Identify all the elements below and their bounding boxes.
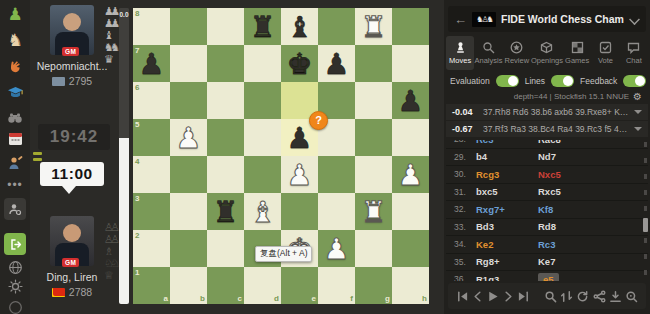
square-d6[interactable] — [244, 82, 281, 119]
square-d4[interactable] — [244, 156, 281, 193]
player-top-flag — [52, 77, 65, 86]
move-row-34[interactable]: 34.Ke2Rc3 — [446, 236, 648, 254]
white-move[interactable]: bxc5 — [476, 186, 538, 197]
black-king-e7[interactable]: ♚ — [281, 45, 318, 82]
clock-bottom-active: 11:00 — [40, 162, 104, 186]
evaluation-toggle-label: Evaluation — [450, 76, 490, 86]
white-bishop-d3[interactable]: ♝ — [244, 193, 281, 230]
square-a1[interactable]: 1a — [133, 267, 170, 304]
white-move[interactable]: Ke2 — [476, 239, 538, 250]
player-top-rating-row: 2795 — [22, 75, 122, 87]
square-b3[interactable] — [170, 193, 207, 230]
coord-file-f: f — [350, 294, 353, 303]
square-c8[interactable] — [207, 8, 244, 45]
square-c2[interactable] — [207, 230, 244, 267]
engine-info-text: depth=44 | Stockfish 15.1 NNUE — [514, 92, 629, 101]
square-a5[interactable]: 5 — [133, 119, 170, 156]
engine-line-2[interactable]: -0.67 37.Rf3 Ra3 38.Bc4 Ra4 39.Rc3 f5 40… — [446, 121, 648, 137]
square-a6[interactable]: 6 — [133, 82, 170, 119]
square-h7[interactable] — [392, 45, 429, 82]
download-button[interactable] — [609, 290, 622, 303]
white-move[interactable]: R1g3 — [476, 274, 538, 281]
black-bishop-e8[interactable]: ♝ — [281, 8, 318, 45]
engine-line-1[interactable]: -0.04 37.Rh8 Rd6 38.b6 axb6 39.Rxe8+ Kxe… — [446, 104, 648, 120]
square-h4[interactable]: ♟ — [392, 156, 429, 193]
play-button[interactable] — [486, 290, 499, 303]
go-start-button[interactable] — [456, 290, 469, 303]
move-row-36[interactable]: 36.R1g3e5 — [446, 271, 648, 281]
tab-games[interactable]: Games — [563, 36, 591, 70]
black-move[interactable]: Rc3 — [538, 239, 555, 250]
captured-queen: ♛ — [104, 54, 117, 66]
coord-rank-1: 1 — [135, 268, 139, 277]
square-a2[interactable]: 2 — [133, 230, 170, 267]
player-bottom-rating-row: 2788 — [22, 286, 122, 298]
black-move[interactable]: Nxc5 — [538, 169, 561, 180]
engine-toggles: Evaluation Lines Feedback — [450, 73, 646, 88]
white-rook-g8[interactable]: ♜ — [355, 8, 392, 45]
panel-tabs: Moves Analysis Review Openings Games Vot… — [446, 36, 648, 70]
watch-binoculars-icon[interactable] — [0, 111, 30, 129]
white-move[interactable]: Rg8+ — [476, 256, 538, 267]
evaluation-toggle[interactable] — [496, 75, 519, 87]
move-row-28[interactable]: 28.Rc3Rac8 — [446, 140, 648, 149]
captured-by-black-tray: ♙♙ ♙♙ ♗ ♘♘ ♕ — [104, 222, 117, 282]
back-arrow-icon[interactable]: ← — [454, 12, 467, 27]
square-f1[interactable]: f — [318, 267, 355, 304]
lines-toggle[interactable] — [551, 75, 574, 87]
move-row-33[interactable]: 33.Bd3Rd8 — [446, 219, 648, 237]
white-pawn-e4[interactable]: ♟ — [281, 156, 318, 193]
white-pawn-b5[interactable]: ♟ — [170, 119, 207, 156]
black-move[interactable]: Nd7 — [538, 151, 556, 162]
tab-vote[interactable]: Vote — [591, 36, 619, 70]
black-rook-c3[interactable]: ♜ — [207, 193, 244, 230]
player-top-avatar: GM — [50, 5, 94, 55]
community-person-icon[interactable] — [0, 155, 30, 175]
move-list-scrollbar-thumb[interactable] — [643, 218, 648, 232]
events-calendar-icon[interactable] — [0, 131, 30, 150]
square-h1[interactable]: h — [392, 267, 429, 304]
player-bottom-flag — [52, 288, 65, 297]
square-b4[interactable] — [170, 156, 207, 193]
sign-in-button[interactable] — [4, 233, 26, 255]
square-f4[interactable] — [318, 156, 355, 193]
coord-rank-6: 6 — [135, 83, 139, 92]
square-g5[interactable] — [355, 119, 392, 156]
engine-line-2-moves: 37.Rf3 Ra3 38.Bc4 Ra4 39.Rc3 f5 40.b6 ax… — [483, 124, 629, 134]
move-number: 34. — [446, 239, 476, 249]
square-f8[interactable] — [318, 8, 355, 45]
expand-caret-icon[interactable] — [634, 127, 642, 131]
engine-line-1-moves: 37.Rh8 Rd6 38.b6 axb6 39.Rxe8+ Kxe8 40.B… — [483, 107, 629, 117]
explore-button[interactable] — [625, 290, 638, 303]
coord-rank-5: 5 — [135, 120, 139, 129]
white-move[interactable]: Rc3 — [476, 140, 538, 145]
square-d1[interactable]: d — [244, 267, 281, 304]
white-pawn-h4[interactable]: ♟ — [392, 156, 429, 193]
black-move[interactable]: Rxc5 — [538, 186, 561, 197]
move-number: 36. — [446, 274, 476, 281]
square-g1[interactable]: g — [355, 267, 392, 304]
square-b2[interactable] — [170, 230, 207, 267]
back-button[interactable] — [472, 290, 483, 303]
square-a8[interactable]: 8 — [133, 8, 170, 45]
coord-file-d: d — [274, 294, 279, 303]
engine-line-2-eval: -0.67 — [452, 124, 478, 134]
evaluation-bar — [119, 8, 129, 304]
square-b8[interactable] — [170, 8, 207, 45]
coord-file-a: a — [164, 294, 168, 303]
move-number: 31. — [446, 187, 476, 197]
nav-rail: ♟ ♞ ••• — [0, 0, 30, 314]
square-g2[interactable] — [355, 230, 392, 267]
coord-file-b: b — [200, 294, 205, 303]
square-g8[interactable]: ♜ — [355, 8, 392, 45]
square-f7[interactable]: ♟ — [318, 45, 355, 82]
black-pawn-f7[interactable]: ♟ — [318, 45, 355, 82]
square-e3[interactable] — [281, 193, 318, 230]
expand-caret-icon[interactable] — [634, 110, 642, 114]
move-number: 35. — [446, 257, 476, 267]
coord-rank-4: 4 — [135, 157, 139, 166]
learn-cap-icon[interactable] — [0, 84, 30, 104]
event-logo: ♞♙♞ — [472, 12, 496, 27]
square-e1[interactable]: e — [281, 267, 318, 304]
board-tooltip: 复盘(Alt + A) — [255, 246, 312, 262]
move-number: 28. — [446, 140, 476, 144]
square-c4[interactable] — [207, 156, 244, 193]
engine-line-1-eval: -0.04 — [452, 107, 478, 117]
player-bottom-rating: 2788 — [69, 286, 92, 298]
square-f3[interactable] — [318, 193, 355, 230]
square-c1[interactable]: c — [207, 267, 244, 304]
move-list-scrollbar-track[interactable] — [644, 142, 647, 280]
square-c7[interactable] — [207, 45, 244, 82]
time-tick — [33, 158, 42, 161]
player-top-rating: 2795 — [69, 75, 92, 87]
square-g7[interactable] — [355, 45, 392, 82]
evaluation-bar-white — [119, 138, 129, 304]
square-a4[interactable]: 4 — [133, 156, 170, 193]
tab-review[interactable]: Review — [503, 36, 531, 70]
black-pawn-a7[interactable]: ♟ — [133, 45, 170, 82]
move-number: 30. — [446, 169, 476, 179]
square-d8[interactable]: ♜ — [244, 8, 281, 45]
player-bottom-avatar: GM — [50, 216, 94, 266]
app-window: ♟ ♞ ••• — [0, 0, 650, 314]
square-d5[interactable] — [244, 119, 281, 156]
square-b6[interactable] — [170, 82, 207, 119]
black-move[interactable]: e5 — [538, 274, 559, 281]
evaluation-bar-black — [119, 8, 129, 138]
square-g4[interactable] — [355, 156, 392, 193]
black-move[interactable]: Rac8 — [538, 140, 561, 145]
square-h3[interactable] — [392, 193, 429, 230]
evaluation-score: 0.0 — [115, 11, 133, 18]
time-tick — [33, 152, 42, 155]
square-e8[interactable]: ♝ — [281, 8, 318, 45]
board-controls — [448, 283, 646, 309]
refresh-button[interactable] — [576, 290, 589, 303]
square-g3[interactable]: ♜ — [355, 193, 392, 230]
broadcast-title: FIDE World Chess Champions... — [501, 13, 624, 25]
coord-file-g: g — [385, 294, 390, 303]
square-h2[interactable] — [392, 230, 429, 267]
chevron-down-icon[interactable] — [629, 14, 640, 25]
coord-file-e: e — [312, 294, 316, 303]
move-number: 29. — [446, 152, 476, 162]
lines-toggle-label: Lines — [525, 76, 545, 86]
square-c3[interactable]: ♜ — [207, 193, 244, 230]
engine-settings-gear-icon[interactable]: ⚙ — [633, 91, 642, 102]
move-row-29[interactable]: 29.b4Nd7 — [446, 149, 648, 167]
go-end-button[interactable] — [517, 290, 530, 303]
black-pawn-h6[interactable]: ♟ — [392, 82, 429, 119]
white-move[interactable]: Bd3 — [476, 221, 538, 232]
move-list-rows: 28.Rc3Rac829.b4Nd730.Rcg3Nxc531.bxc5Rxc5… — [446, 140, 648, 281]
square-h8[interactable] — [392, 8, 429, 45]
feedback-toggle[interactable] — [623, 75, 646, 87]
tab-openings[interactable]: Openings — [531, 36, 563, 70]
share-button[interactable] — [593, 290, 606, 303]
square-d3[interactable]: ♝ — [244, 193, 281, 230]
move-number: 33. — [446, 222, 476, 232]
forward-button[interactable] — [503, 290, 514, 303]
clock-top: 19:42 — [38, 124, 110, 150]
help-circle-icon[interactable] — [0, 300, 30, 314]
puzzles-knight-icon[interactable]: ♞ — [0, 30, 30, 50]
more-dots-icon[interactable]: ••• — [0, 178, 30, 192]
profile-settings-button[interactable] — [4, 198, 26, 220]
square-e4[interactable]: ♟ — [281, 156, 318, 193]
square-a7[interactable]: 7♟ — [133, 45, 170, 82]
white-move[interactable]: b4 — [476, 151, 538, 162]
player-top-title-badge: GM — [62, 47, 79, 56]
move-row-35[interactable]: 35.Rg8+Ke7 — [446, 254, 648, 272]
black-move[interactable]: Ke7 — [538, 256, 555, 267]
square-h5[interactable] — [392, 119, 429, 156]
black-move[interactable]: Kf8 — [538, 204, 553, 215]
play-pawn-icon[interactable]: ♟ — [0, 4, 30, 24]
tab-chat[interactable]: Chat — [620, 36, 648, 70]
tab-analysis[interactable]: Analysis — [474, 36, 502, 70]
move-row-31[interactable]: 31.bxc5Rxc5 — [446, 184, 648, 202]
black-rook-d8[interactable]: ♜ — [244, 8, 281, 45]
square-h6[interactable]: ♟ — [392, 82, 429, 119]
square-f2[interactable]: ♟ — [318, 230, 355, 267]
broadcast-header: ← ♞♙♞ FIDE World Chess Champions... — [448, 6, 646, 32]
white-move[interactable]: Rxg7+ — [476, 204, 538, 215]
square-c6[interactable] — [207, 82, 244, 119]
coord-file-h: h — [422, 294, 427, 303]
feedback-toggle-label: Feedback — [580, 76, 617, 86]
square-g6[interactable] — [355, 82, 392, 119]
player-bottom-title-badge: GM — [62, 258, 79, 267]
black-move[interactable]: Rd8 — [538, 221, 556, 232]
square-e7[interactable]: ♚ — [281, 45, 318, 82]
move-list: 28.Rc3Rac829.b4Nd730.Rcg3Nxc531.bxc5Rxc5… — [446, 140, 648, 281]
white-pawn-f2[interactable]: ♟ — [318, 230, 355, 267]
flip-board-button[interactable] — [560, 290, 573, 303]
white-move[interactable]: Rcg3 — [476, 169, 538, 180]
clock-tail — [62, 186, 76, 194]
tab-moves[interactable]: Moves — [446, 36, 474, 70]
coord-rank-3: 3 — [135, 194, 139, 203]
move-number: 32. — [446, 204, 476, 214]
square-b5[interactable]: ♟ — [170, 119, 207, 156]
mistake-annotation-badge: ? — [309, 111, 328, 130]
coord-rank-8: 8 — [135, 9, 139, 18]
move-row-32[interactable]: 32.Rxg7+Kf8 — [446, 201, 648, 219]
captured-queen: ♕ — [104, 270, 117, 282]
square-b1[interactable]: b — [170, 267, 207, 304]
white-rook-g3[interactable]: ♜ — [355, 193, 392, 230]
square-c5[interactable] — [207, 119, 244, 156]
square-b7[interactable] — [170, 45, 207, 82]
broadcast-panel: ← ♞♙♞ FIDE World Chess Champions... Move… — [444, 0, 650, 314]
engine-info: depth=44 | Stockfish 15.1 NNUE ⚙ — [514, 91, 642, 102]
coord-rank-2: 2 — [135, 231, 139, 240]
coord-file-c: c — [238, 294, 242, 303]
search-board-button[interactable] — [544, 290, 557, 303]
square-a3[interactable]: 3 — [133, 193, 170, 230]
square-d7[interactable] — [244, 45, 281, 82]
move-row-30[interactable]: 30.Rcg3Nxc5 — [446, 166, 648, 184]
